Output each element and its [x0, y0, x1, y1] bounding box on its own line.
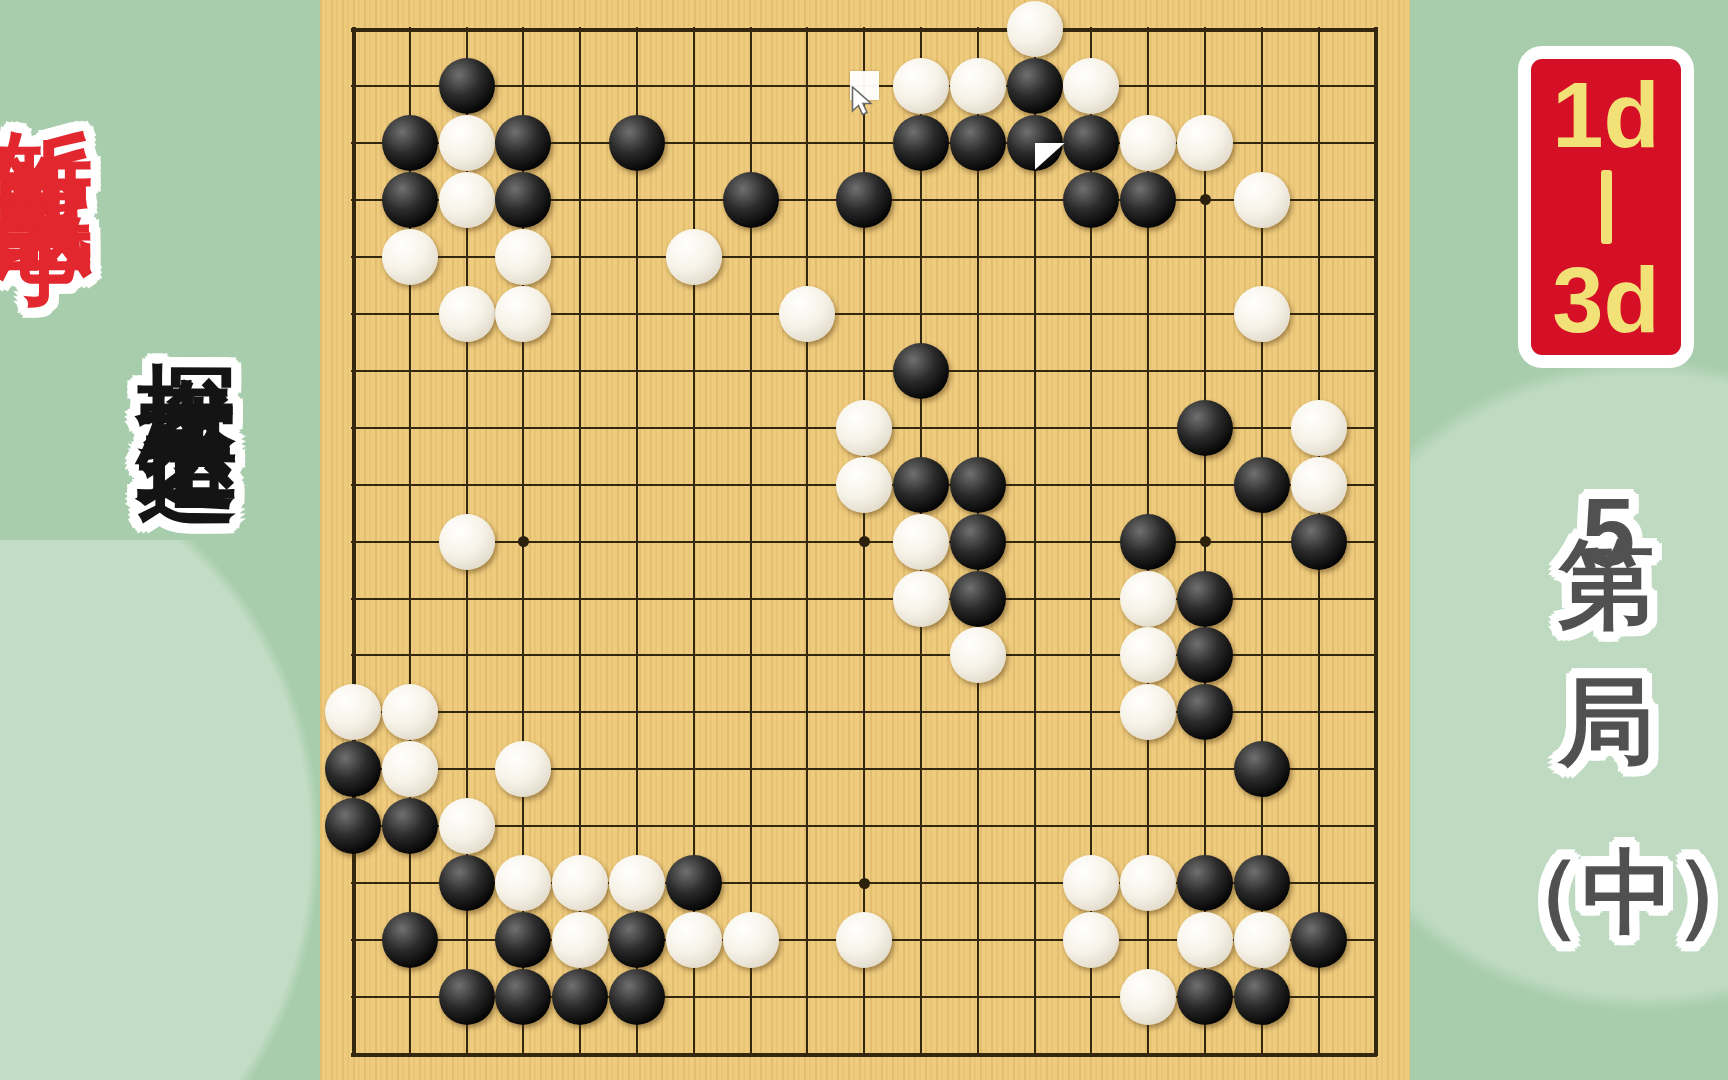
star-point	[859, 878, 870, 889]
white-stone	[723, 912, 779, 968]
white-stone	[1120, 969, 1176, 1025]
black-stone	[1177, 855, 1233, 911]
black-stone	[893, 457, 949, 513]
white-stone	[893, 514, 949, 570]
white-stone	[893, 58, 949, 114]
star-point	[859, 536, 870, 547]
black-stone	[552, 969, 608, 1025]
black-stone	[1063, 115, 1119, 171]
black-stone	[382, 912, 438, 968]
black-stone	[666, 855, 722, 911]
white-stone	[382, 684, 438, 740]
grid-line-horizontal	[351, 825, 1377, 827]
black-stone	[382, 172, 438, 228]
rank-badge: 1d 3d	[1518, 46, 1694, 368]
black-stone	[382, 115, 438, 171]
black-stone	[1177, 969, 1233, 1025]
white-stone	[893, 571, 949, 627]
rank-top-label: 1d	[1552, 69, 1659, 161]
white-stone	[836, 400, 892, 456]
black-stone	[1120, 172, 1176, 228]
black-stone	[1177, 400, 1233, 456]
white-stone	[1177, 912, 1233, 968]
white-stone	[1177, 115, 1233, 171]
black-stone	[1234, 855, 1290, 911]
go-board[interactable]	[320, 0, 1410, 1080]
black-stone	[950, 115, 1006, 171]
black-stone	[495, 912, 551, 968]
black-stone	[495, 969, 551, 1025]
white-stone	[382, 741, 438, 797]
black-stone	[1007, 58, 1063, 114]
mouse-cursor-icon	[851, 86, 875, 118]
white-stone	[1120, 627, 1176, 683]
white-stone	[552, 912, 608, 968]
star-point	[518, 536, 529, 547]
black-stone	[1234, 969, 1290, 1025]
rank-bottom-label: 3d	[1552, 254, 1659, 346]
black-stone	[609, 912, 665, 968]
white-stone	[836, 457, 892, 513]
white-stone	[1234, 172, 1290, 228]
grid-line-vertical	[1374, 27, 1378, 1056]
black-stone	[325, 798, 381, 854]
black-stone	[1291, 912, 1347, 968]
star-point	[1200, 536, 1211, 547]
white-stone	[495, 741, 551, 797]
white-stone	[1120, 571, 1176, 627]
black-stone	[950, 571, 1006, 627]
left-panel: 斩断实战恶手 探索棋之正道	[0, 0, 320, 1080]
black-stone	[723, 172, 779, 228]
game-part-label: （中）	[1473, 846, 1728, 938]
black-stone	[609, 115, 665, 171]
white-stone	[1234, 912, 1290, 968]
black-stone	[495, 172, 551, 228]
black-stone	[1234, 741, 1290, 797]
white-stone	[1120, 115, 1176, 171]
headline-black-vertical: 探索棋之正道	[139, 283, 239, 361]
black-stone	[439, 58, 495, 114]
black-stone	[382, 798, 438, 854]
white-stone	[666, 229, 722, 285]
white-stone	[325, 684, 381, 740]
white-stone	[1120, 855, 1176, 911]
black-stone	[893, 343, 949, 399]
white-stone	[666, 912, 722, 968]
white-stone	[1063, 855, 1119, 911]
black-stone	[439, 855, 495, 911]
white-stone	[439, 172, 495, 228]
white-stone	[439, 286, 495, 342]
white-stone	[1120, 684, 1176, 740]
white-stone	[1291, 457, 1347, 513]
black-stone	[1177, 627, 1233, 683]
white-stone	[495, 286, 551, 342]
white-stone	[1007, 1, 1063, 57]
white-stone	[1063, 58, 1119, 114]
game-number-vertical: 第5局	[1560, 460, 1656, 621]
black-stone	[495, 115, 551, 171]
star-point	[1200, 194, 1211, 205]
black-stone	[1234, 457, 1290, 513]
white-stone	[495, 855, 551, 911]
white-stone	[779, 286, 835, 342]
rank-separator-bar	[1601, 170, 1612, 244]
white-stone	[1234, 286, 1290, 342]
black-stone	[836, 172, 892, 228]
black-stone	[1177, 571, 1233, 627]
black-stone	[325, 741, 381, 797]
black-stone	[1291, 514, 1347, 570]
white-stone	[439, 798, 495, 854]
black-stone	[1177, 684, 1233, 740]
black-stone	[950, 514, 1006, 570]
white-stone	[439, 115, 495, 171]
right-panel: 1d 3d 第5局 （中）	[1410, 0, 1728, 1080]
white-stone	[552, 855, 608, 911]
white-stone	[950, 627, 1006, 683]
black-stone	[1063, 172, 1119, 228]
black-stone	[950, 457, 1006, 513]
headline-red-vertical: 斩断实战恶手	[0, 52, 94, 148]
grid-line-vertical	[1034, 27, 1036, 1056]
white-stone	[1063, 912, 1119, 968]
white-stone	[382, 229, 438, 285]
black-stone	[893, 115, 949, 171]
white-stone	[609, 855, 665, 911]
white-stone	[950, 58, 1006, 114]
white-stone	[439, 514, 495, 570]
black-stone	[439, 969, 495, 1025]
white-stone	[836, 912, 892, 968]
grid-line-horizontal	[351, 1053, 1377, 1057]
black-stone	[609, 969, 665, 1025]
white-stone	[495, 229, 551, 285]
white-stone	[1291, 400, 1347, 456]
black-stone	[1120, 514, 1176, 570]
